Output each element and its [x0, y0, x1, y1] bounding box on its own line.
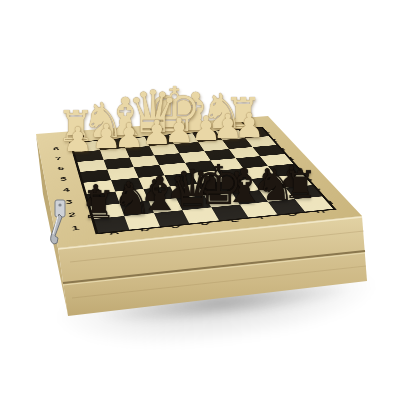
- piece-light-pawn[interactable]: ♟: [63, 124, 93, 156]
- piece-light-pawn[interactable]: ♟: [142, 117, 172, 149]
- piece-light-pawn[interactable]: ♟: [191, 113, 221, 145]
- piece-light-pawn[interactable]: ♟: [91, 121, 121, 153]
- product-photo-stage: ABCDEFGH ABCDEFGH 87654321 12345678 ♜♞♝♛…: [0, 0, 400, 400]
- metal-clasp-icon[interactable]: [38, 196, 72, 252]
- piece-dark-rook[interactable]: ♜: [82, 187, 116, 223]
- piece-dark-knight[interactable]: ♞: [113, 179, 152, 220]
